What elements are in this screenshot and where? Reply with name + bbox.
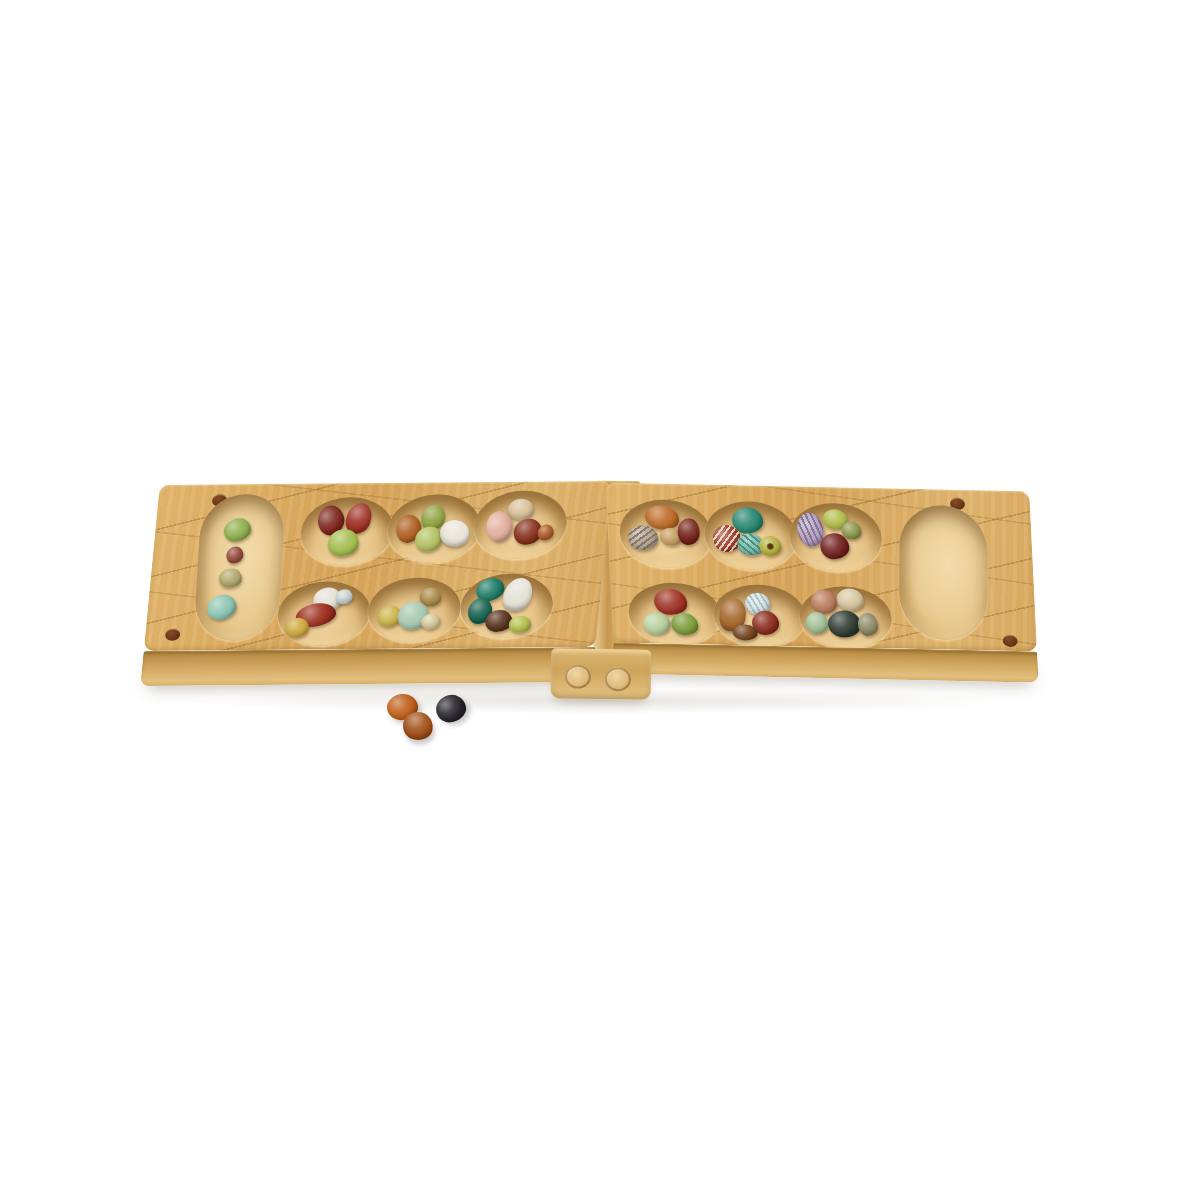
product-photo-stage [0,0,1200,1200]
pit-bottom-5[interactable] [712,584,807,648]
gemstone [498,574,537,615]
pit-bottom-6[interactable] [798,586,893,650]
gemstone [671,612,699,637]
gemstone [642,611,672,635]
pit-top-4[interactable] [618,499,713,569]
board-half-right [605,482,1038,681]
gemstone [223,517,251,544]
stone-eye-spot [766,543,774,550]
magnet-dot [1002,635,1018,647]
pit-bottom-1[interactable] [275,581,373,646]
gemstone [810,590,837,615]
store-right[interactable] [899,502,988,642]
store-left[interactable] [193,492,286,642]
pit-top-2[interactable] [385,494,484,563]
right-top-face [605,482,1037,651]
gemstone [836,587,865,613]
gemstone [857,613,878,636]
pit-top-6[interactable] [788,502,883,572]
pit-top-5[interactable] [703,500,798,570]
gemstone [732,624,758,641]
gemstone [759,536,782,556]
left-front-face [140,647,595,686]
gemstone [508,616,532,633]
pit-bottom-3[interactable] [458,573,556,638]
hinge-block [551,648,652,699]
left-top-face [144,481,612,651]
gemstone [537,524,555,540]
gemstone [420,613,441,629]
magnet-dot [165,629,181,641]
hinge-dowel [565,664,591,688]
gemstone [335,589,353,604]
hinge-dowel [605,667,631,691]
gemstone [805,612,828,634]
gemstone [218,568,244,588]
pit-top-1[interactable] [298,497,397,566]
pit-bottom-2[interactable] [365,577,463,642]
gemstone [284,618,310,638]
pit-bottom-4[interactable] [627,582,722,646]
pit-top-3[interactable] [471,490,570,559]
gemstone [206,592,237,622]
gemstone [226,546,244,564]
board-half-left [140,481,611,685]
